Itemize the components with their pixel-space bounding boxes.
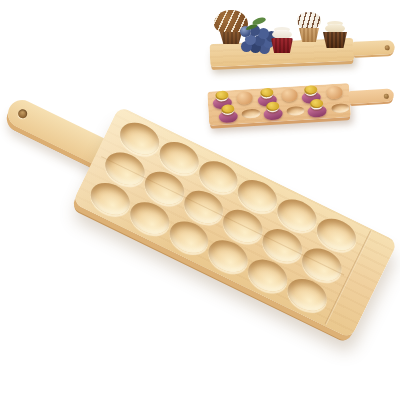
main-board-body <box>72 106 398 339</box>
product-photo <box>0 0 400 400</box>
dessert-chocolate-drizzle-cupcake <box>295 10 323 52</box>
dessert-chocolate-frosted-cupcake <box>320 12 350 54</box>
egg-board-wells-grid <box>207 83 351 126</box>
egg-board-inset <box>206 72 398 130</box>
egg-cell-r1c6-plain-egg <box>324 87 345 100</box>
dessert-board-handle <box>352 40 395 56</box>
main-board-handle-hole <box>17 108 29 120</box>
egg-cell-r2c1-deviled-egg <box>218 108 239 121</box>
egg-board <box>205 72 400 132</box>
dessert-board-handle-hole <box>385 45 390 50</box>
egg-cell-r2c6-empty <box>330 101 351 114</box>
egg-cell-r2c4-empty <box>285 104 306 117</box>
egg-board-handle <box>348 88 394 104</box>
dessert-board-inset <box>208 4 398 76</box>
egg-cell-r2c3-deviled-egg <box>263 105 284 118</box>
egg-cell-r1c2-plain-egg <box>235 93 256 106</box>
egg-cell-r2c5-deviled-egg <box>307 102 328 115</box>
egg-cell-r2c2-empty <box>241 107 262 120</box>
egg-board-handle-hole <box>384 93 389 98</box>
dessert-red-velvet-cupcake <box>268 14 296 56</box>
egg-cell-r1c4-plain-egg <box>279 90 300 103</box>
